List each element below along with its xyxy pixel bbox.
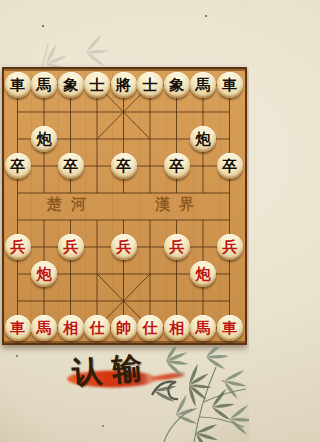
piece-black-soldier[interactable]: 卒 <box>164 153 190 179</box>
piece-black-elephant[interactable]: 象 <box>164 72 190 98</box>
piece-black-cannon[interactable]: 炮 <box>190 126 216 152</box>
piece-black-elephant[interactable]: 象 <box>58 72 84 98</box>
piece-red-rook[interactable]: 車 <box>217 315 243 341</box>
piece-red-soldier[interactable]: 兵 <box>111 234 137 260</box>
piece-black-horse[interactable]: 馬 <box>190 72 216 98</box>
piece-black-soldier[interactable]: 卒 <box>111 153 137 179</box>
piece-red-soldier[interactable]: 兵 <box>164 234 190 260</box>
piece-black-general[interactable]: 將 <box>111 72 137 98</box>
piece-black-soldier[interactable]: 卒 <box>217 153 243 179</box>
xiangqi-board[interactable]: 楚河 漢界 車馬象士將士象馬車炮炮卒卒卒卒卒兵兵兵兵兵炮炮車馬相仕帥仕相馬車 <box>2 67 247 345</box>
piece-black-cannon[interactable]: 炮 <box>31 126 57 152</box>
piece-red-advisor[interactable]: 仕 <box>84 315 110 341</box>
river-label-han: 漢界 <box>155 195 203 214</box>
piece-black-soldier[interactable]: 卒 <box>5 153 31 179</box>
board-grid <box>4 69 245 343</box>
river-label-chu: 楚河 <box>47 195 95 214</box>
piece-red-horse[interactable]: 馬 <box>190 315 216 341</box>
piece-red-soldier[interactable]: 兵 <box>217 234 243 260</box>
piece-black-advisor[interactable]: 士 <box>84 72 110 98</box>
piece-red-rook[interactable]: 車 <box>5 315 31 341</box>
piece-red-cannon[interactable]: 炮 <box>31 261 57 287</box>
piece-black-soldier[interactable]: 卒 <box>58 153 84 179</box>
piece-red-soldier[interactable]: 兵 <box>5 234 31 260</box>
piece-red-advisor[interactable]: 仕 <box>137 315 163 341</box>
piece-red-elephant[interactable]: 相 <box>164 315 190 341</box>
piece-black-rook[interactable]: 車 <box>217 72 243 98</box>
piece-red-horse[interactable]: 馬 <box>31 315 57 341</box>
piece-red-soldier[interactable]: 兵 <box>58 234 84 260</box>
piece-black-rook[interactable]: 車 <box>5 72 31 98</box>
bamboo-painting <box>134 347 249 442</box>
piece-red-general[interactable]: 帥 <box>111 315 137 341</box>
piece-black-advisor[interactable]: 士 <box>137 72 163 98</box>
piece-black-horse[interactable]: 馬 <box>31 72 57 98</box>
piece-red-elephant[interactable]: 相 <box>58 315 84 341</box>
piece-red-cannon[interactable]: 炮 <box>190 261 216 287</box>
